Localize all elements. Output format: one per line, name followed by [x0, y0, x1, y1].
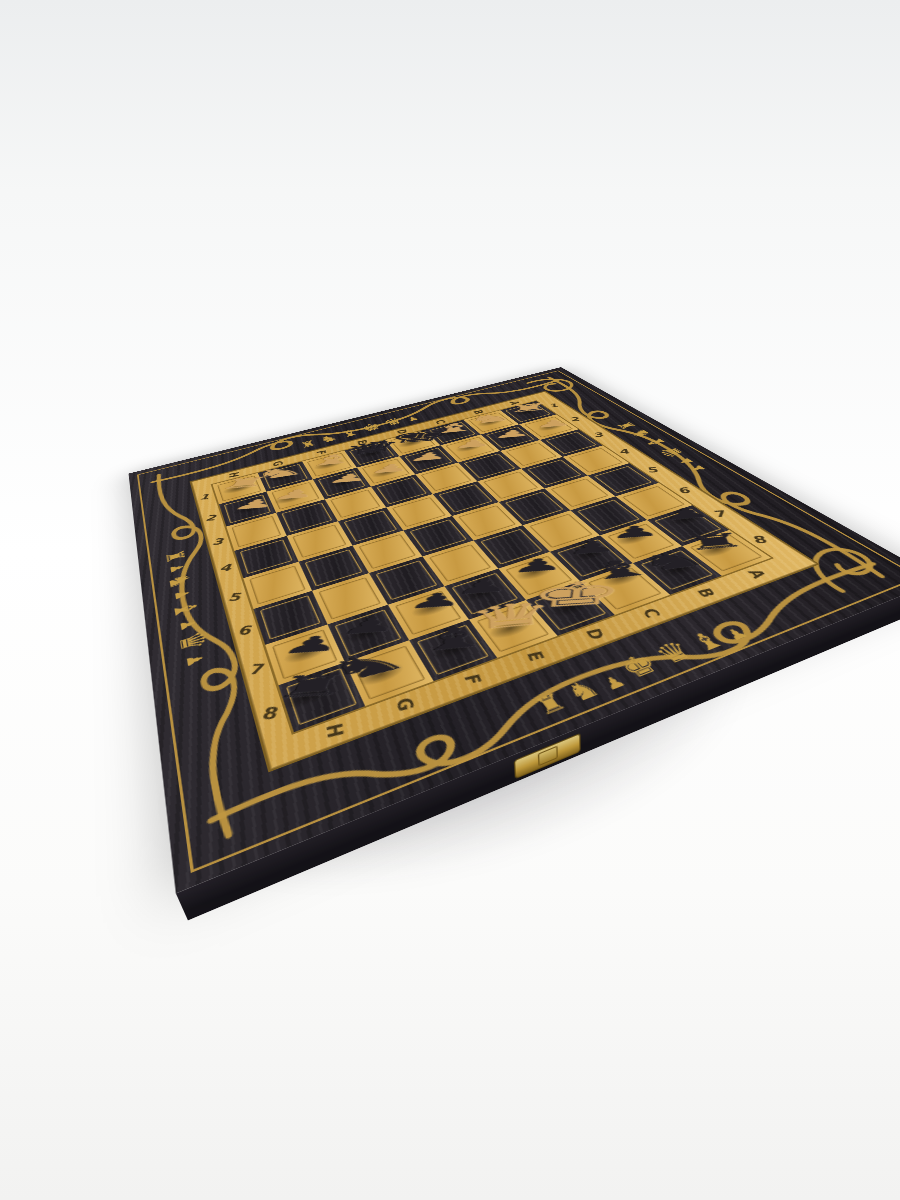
rank-label-right-3: 3 — [593, 431, 604, 438]
square-H5 — [243, 562, 312, 610]
square-filigree-frame — [480, 529, 543, 564]
square-filigree-frame — [409, 519, 467, 552]
square-filigree-frame — [394, 590, 461, 635]
square-filigree-frame — [588, 567, 661, 609]
product-photo-scene: ♜♞♝♚♛♟ ♜♞♟♚♛♝♟ ♜♟♞♟♝♟♛♟ ♜♞♝♛♟♟ 11HH22GG3… — [0, 0, 900, 1200]
square-H4 — [234, 536, 299, 578]
square-filigree-frame — [272, 629, 338, 679]
square-H7 — [265, 624, 345, 685]
rank-label-right-5: 5 — [646, 466, 660, 475]
square-filigree-frame — [529, 514, 592, 548]
square-filigree-frame — [335, 609, 401, 656]
square-C6 — [523, 511, 599, 552]
square-G6 — [312, 573, 387, 624]
rank-label-right-4: 4 — [618, 447, 630, 455]
square-filigree-frame — [606, 523, 674, 559]
square-filigree-frame — [375, 561, 437, 600]
silhouette-♟: ♟ — [676, 457, 697, 466]
square-C7 — [550, 535, 632, 581]
square-filigree-frame — [557, 539, 625, 577]
square-F7 — [387, 586, 468, 640]
